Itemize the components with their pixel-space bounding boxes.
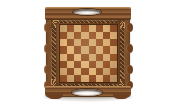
square-b2 (67, 68, 74, 75)
chess-board (60, 25, 117, 82)
square-f6 (96, 39, 103, 46)
square-b3 (67, 61, 74, 68)
square-a7 (60, 32, 67, 39)
square-a5 (60, 46, 67, 53)
square-d5 (81, 46, 88, 53)
top-handle-cutout (73, 9, 101, 15)
left-scallop-edge (44, 23, 51, 32)
square-e3 (89, 61, 96, 68)
square-b4 (67, 54, 74, 61)
right-foot (113, 94, 129, 99)
square-h5 (110, 46, 117, 53)
square-g4 (103, 54, 110, 61)
square-e7 (89, 32, 96, 39)
square-a6 (60, 39, 67, 46)
square-d4 (81, 54, 88, 61)
square-g5 (103, 46, 110, 53)
square-c8 (74, 25, 81, 32)
square-g2 (103, 68, 110, 75)
square-e2 (89, 68, 96, 75)
product-photo (0, 0, 175, 105)
square-h4 (110, 54, 117, 61)
square-b5 (67, 46, 74, 53)
square-h1 (110, 75, 117, 82)
square-h2 (110, 68, 117, 75)
right-scallop-edge (126, 23, 133, 32)
square-f1 (96, 75, 103, 82)
left-scallop-edge (44, 65, 51, 74)
square-d1 (81, 75, 88, 82)
left-scallop-edge (44, 44, 51, 53)
square-a4 (60, 54, 67, 61)
square-g3 (103, 61, 110, 68)
square-e8 (89, 25, 96, 32)
square-f4 (96, 54, 103, 61)
square-h8 (110, 25, 117, 32)
square-a3 (60, 61, 67, 68)
square-f7 (96, 32, 103, 39)
square-a1 (60, 75, 67, 82)
square-d7 (81, 32, 88, 39)
right-scallop-edge (126, 44, 133, 53)
square-b6 (67, 39, 74, 46)
square-g8 (103, 25, 110, 32)
square-b1 (67, 75, 74, 82)
square-d8 (81, 25, 88, 32)
square-c6 (74, 39, 81, 46)
square-e1 (89, 75, 96, 82)
square-e4 (89, 54, 96, 61)
square-b7 (67, 32, 74, 39)
square-h3 (110, 61, 117, 68)
square-b8 (67, 25, 74, 32)
square-d3 (81, 61, 88, 68)
square-f5 (96, 46, 103, 53)
square-c5 (74, 46, 81, 53)
square-c3 (74, 61, 81, 68)
square-c1 (74, 75, 81, 82)
square-g6 (103, 39, 110, 46)
right-scallop-edge (126, 65, 133, 74)
square-e6 (89, 39, 96, 46)
square-g7 (103, 32, 110, 39)
left-foot (47, 94, 63, 99)
square-e5 (89, 46, 96, 53)
square-d6 (81, 39, 88, 46)
square-f3 (96, 61, 103, 68)
square-f2 (96, 68, 103, 75)
square-c4 (74, 54, 81, 61)
square-h7 (110, 32, 117, 39)
square-c2 (74, 68, 81, 75)
square-d2 (81, 68, 88, 75)
square-c7 (74, 32, 81, 39)
square-g1 (103, 75, 110, 82)
square-a2 (60, 68, 67, 75)
square-f8 (96, 25, 103, 32)
square-a8 (60, 25, 67, 32)
chess-backgammon-case (46, 7, 130, 97)
bottom-handle-cutout (72, 89, 102, 96)
square-h6 (110, 39, 117, 46)
